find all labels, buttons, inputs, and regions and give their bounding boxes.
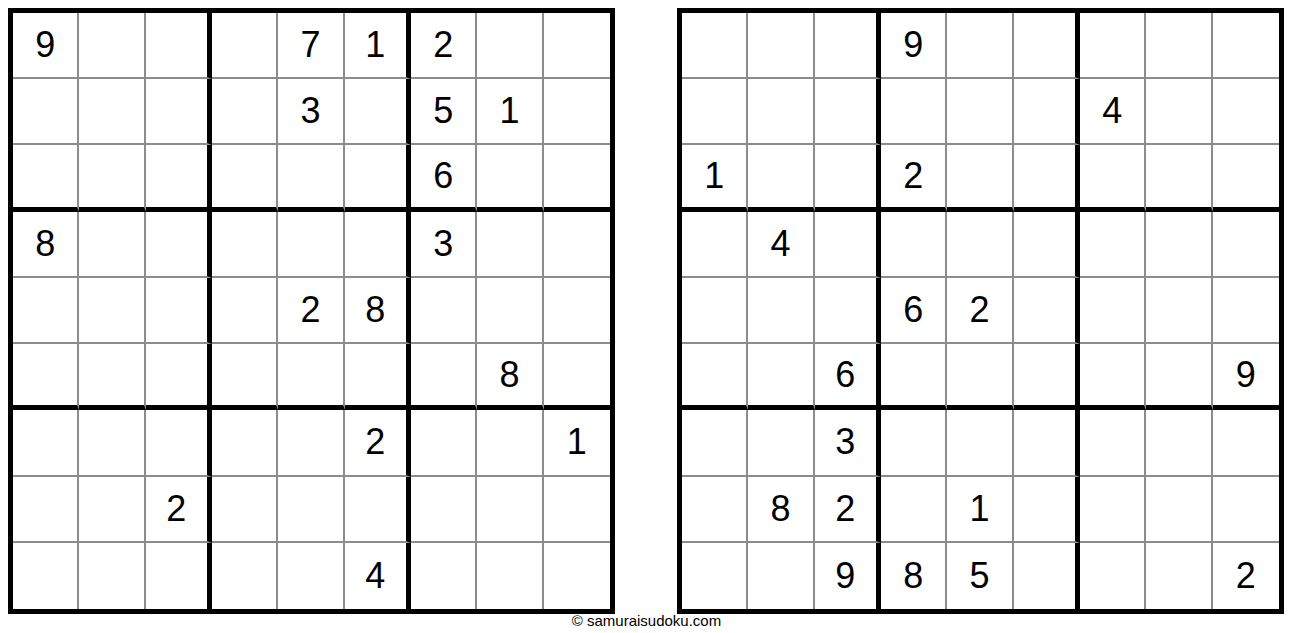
right-cell-r1c4: 9 [881, 13, 947, 79]
left-cell-r3c1[interactable] [13, 145, 79, 211]
left-cell-r7c5[interactable] [278, 410, 344, 476]
right-cell-r6c6[interactable] [1014, 344, 1080, 410]
left-cell-r8c3: 2 [146, 477, 212, 543]
left-cell-r7c6: 2 [345, 410, 411, 476]
right-cell-r8c4[interactable] [881, 477, 947, 543]
right-cell-r4c3[interactable] [815, 212, 881, 278]
left-cell-r6c5[interactable] [278, 344, 344, 410]
right-cell-r2c4[interactable] [881, 79, 947, 145]
right-cell-r8c5: 1 [947, 477, 1013, 543]
left-cell-r1c5: 7 [278, 13, 344, 79]
right-cell-r1c7[interactable] [1080, 13, 1146, 79]
left-cell-r7c7[interactable] [411, 410, 477, 476]
left-cell-r3c2[interactable] [79, 145, 145, 211]
left-cell-r1c2[interactable] [79, 13, 145, 79]
left-cell-r1c6: 1 [345, 13, 411, 79]
right-cell-r8c2: 8 [748, 477, 814, 543]
right-cell-r1c5[interactable] [947, 13, 1013, 79]
left-cell-r5c2[interactable] [79, 278, 145, 344]
right-cell-r4c9[interactable] [1213, 212, 1279, 278]
right-cell-r3c2[interactable] [748, 145, 814, 211]
right-cell-r2c5[interactable] [947, 79, 1013, 145]
left-cell-r8c1[interactable] [13, 477, 79, 543]
right-cell-r9c6[interactable] [1014, 543, 1080, 609]
left-cell-r9c7[interactable] [411, 543, 477, 609]
left-cell-r3c8[interactable] [477, 145, 543, 211]
right-cell-r1c8[interactable] [1146, 13, 1212, 79]
left-cell-r5c4[interactable] [212, 278, 278, 344]
right-cell-r5c7[interactable] [1080, 278, 1146, 344]
right-cell-r5c8[interactable] [1146, 278, 1212, 344]
left-cell-r1c1: 9 [13, 13, 79, 79]
left-cell-r8c6[interactable] [345, 477, 411, 543]
right-cell-r3c4: 2 [881, 145, 947, 211]
left-cell-r6c6[interactable] [345, 344, 411, 410]
left-cell-r2c7: 5 [411, 79, 477, 145]
left-cell-r4c1: 8 [13, 212, 79, 278]
right-cell-r1c9[interactable] [1213, 13, 1279, 79]
right-cell-r3c1: 1 [682, 145, 748, 211]
left-cell-r2c5: 3 [278, 79, 344, 145]
right-cell-r8c8[interactable] [1146, 477, 1212, 543]
right-cell-r4c5[interactable] [947, 212, 1013, 278]
left-cell-r6c7[interactable] [411, 344, 477, 410]
right-cell-r4c2: 4 [748, 212, 814, 278]
right-cell-r9c4: 8 [881, 543, 947, 609]
left-cell-r4c2[interactable] [79, 212, 145, 278]
right-cell-r5c3[interactable] [815, 278, 881, 344]
left-cell-r9c8[interactable] [477, 543, 543, 609]
right-cell-r7c7[interactable] [1080, 410, 1146, 476]
left-cell-r4c3[interactable] [146, 212, 212, 278]
right-cell-r4c4[interactable] [881, 212, 947, 278]
left-cell-r1c4[interactable] [212, 13, 278, 79]
right-cell-r1c6[interactable] [1014, 13, 1080, 79]
left-cell-r9c5[interactable] [278, 543, 344, 609]
right-cell-r7c8[interactable] [1146, 410, 1212, 476]
sudoku-board-right: 94124626938219852 [677, 8, 1284, 614]
right-cell-r9c8[interactable] [1146, 543, 1212, 609]
right-cell-r4c8[interactable] [1146, 212, 1212, 278]
right-cell-r2c2[interactable] [748, 79, 814, 145]
right-cell-r6c4[interactable] [881, 344, 947, 410]
left-cell-r7c4[interactable] [212, 410, 278, 476]
right-cell-r7c4[interactable] [881, 410, 947, 476]
left-cell-r6c3[interactable] [146, 344, 212, 410]
left-cell-r6c1[interactable] [13, 344, 79, 410]
right-cell-r7c2[interactable] [748, 410, 814, 476]
right-cell-r6c5[interactable] [947, 344, 1013, 410]
right-cell-r1c2[interactable] [748, 13, 814, 79]
left-cell-r7c8[interactable] [477, 410, 543, 476]
right-cell-r5c9[interactable] [1213, 278, 1279, 344]
left-cell-r4c6[interactable] [345, 212, 411, 278]
right-cell-r7c3: 3 [815, 410, 881, 476]
right-cell-r5c2[interactable] [748, 278, 814, 344]
copyright-text: © samuraisudoku.com [0, 612, 1293, 629]
right-cell-r1c3[interactable] [815, 13, 881, 79]
left-cell-r3c4[interactable] [212, 145, 278, 211]
right-cell-r6c2[interactable] [748, 344, 814, 410]
left-cell-r3c7: 6 [411, 145, 477, 211]
left-cell-r1c3[interactable] [146, 13, 212, 79]
left-cell-r2c8: 1 [477, 79, 543, 145]
right-cell-r2c7: 4 [1080, 79, 1146, 145]
right-cell-r8c1[interactable] [682, 477, 748, 543]
right-cell-r5c4: 6 [881, 278, 947, 344]
left-cell-r8c9[interactable] [544, 477, 610, 543]
left-cell-r1c8[interactable] [477, 13, 543, 79]
left-cell-r8c2[interactable] [79, 477, 145, 543]
left-cell-r5c7[interactable] [411, 278, 477, 344]
right-cell-r9c9: 2 [1213, 543, 1279, 609]
left-cell-r2c2[interactable] [79, 79, 145, 145]
right-cell-r5c1[interactable] [682, 278, 748, 344]
left-cell-r8c4[interactable] [212, 477, 278, 543]
right-cell-r4c7[interactable] [1080, 212, 1146, 278]
left-cell-r9c3[interactable] [146, 543, 212, 609]
left-cell-r8c7[interactable] [411, 477, 477, 543]
right-cell-r6c9: 9 [1213, 344, 1279, 410]
sudoku-board-left: 97123516832882124 [8, 8, 615, 614]
right-cell-r9c7[interactable] [1080, 543, 1146, 609]
page: 97123516832882124 94124626938219852 © sa… [0, 0, 1293, 633]
left-cell-r8c8[interactable] [477, 477, 543, 543]
right-cell-r3c5[interactable] [947, 145, 1013, 211]
left-cell-r4c7: 3 [411, 212, 477, 278]
right-cell-r8c3: 2 [815, 477, 881, 543]
left-cell-r3c5[interactable] [278, 145, 344, 211]
left-cell-r2c4[interactable] [212, 79, 278, 145]
right-cell-r3c3[interactable] [815, 145, 881, 211]
right-cell-r7c9[interactable] [1213, 410, 1279, 476]
left-cell-r6c8: 8 [477, 344, 543, 410]
right-cell-r5c6[interactable] [1014, 278, 1080, 344]
right-cell-r7c1[interactable] [682, 410, 748, 476]
left-cell-r7c3[interactable] [146, 410, 212, 476]
left-cell-r9c1[interactable] [13, 543, 79, 609]
left-cell-r9c6: 4 [345, 543, 411, 609]
left-cell-r2c3[interactable] [146, 79, 212, 145]
right-cell-r6c7[interactable] [1080, 344, 1146, 410]
left-cell-r6c9[interactable] [544, 344, 610, 410]
left-cell-r6c2[interactable] [79, 344, 145, 410]
right-cell-r3c6[interactable] [1014, 145, 1080, 211]
left-cell-r3c3[interactable] [146, 145, 212, 211]
right-cell-r8c7[interactable] [1080, 477, 1146, 543]
right-cell-r7c5[interactable] [947, 410, 1013, 476]
right-cell-r7c6[interactable] [1014, 410, 1080, 476]
left-cell-r1c7: 2 [411, 13, 477, 79]
right-cell-r2c3[interactable] [815, 79, 881, 145]
right-cell-r8c6[interactable] [1014, 477, 1080, 543]
left-cell-r7c2[interactable] [79, 410, 145, 476]
left-cell-r6c4[interactable] [212, 344, 278, 410]
left-cell-r5c3[interactable] [146, 278, 212, 344]
left-cell-r7c9: 1 [544, 410, 610, 476]
left-cell-r5c5: 2 [278, 278, 344, 344]
right-cell-r3c8[interactable] [1146, 145, 1212, 211]
left-cell-r9c4[interactable] [212, 543, 278, 609]
left-cell-r8c5[interactable] [278, 477, 344, 543]
left-cell-r2c1[interactable] [13, 79, 79, 145]
left-cell-r3c9[interactable] [544, 145, 610, 211]
right-cell-r2c9[interactable] [1213, 79, 1279, 145]
right-cell-r6c8[interactable] [1146, 344, 1212, 410]
right-cell-r6c3: 6 [815, 344, 881, 410]
right-cell-r9c5: 5 [947, 543, 1013, 609]
left-cell-r9c9[interactable] [544, 543, 610, 609]
right-cell-r4c6[interactable] [1014, 212, 1080, 278]
right-cell-r6c1[interactable] [682, 344, 748, 410]
left-cell-r5c6: 8 [345, 278, 411, 344]
right-cell-r9c2[interactable] [748, 543, 814, 609]
right-cell-r4c1[interactable] [682, 212, 748, 278]
right-cell-r9c3: 9 [815, 543, 881, 609]
left-cell-r2c9[interactable] [544, 79, 610, 145]
right-cell-r2c1[interactable] [682, 79, 748, 145]
left-cell-r7c1[interactable] [13, 410, 79, 476]
right-cell-r2c8[interactable] [1146, 79, 1212, 145]
left-cell-r1c9[interactable] [544, 13, 610, 79]
right-cell-r3c7[interactable] [1080, 145, 1146, 211]
left-cell-r2c6[interactable] [345, 79, 411, 145]
right-cell-r3c9[interactable] [1213, 145, 1279, 211]
right-cell-r5c5: 2 [947, 278, 1013, 344]
left-cell-r5c9[interactable] [544, 278, 610, 344]
left-cell-r4c8[interactable] [477, 212, 543, 278]
left-cell-r4c9[interactable] [544, 212, 610, 278]
right-cell-r8c9[interactable] [1213, 477, 1279, 543]
left-cell-r9c2[interactable] [79, 543, 145, 609]
right-cell-r9c1[interactable] [682, 543, 748, 609]
left-cell-r5c1[interactable] [13, 278, 79, 344]
left-cell-r4c5[interactable] [278, 212, 344, 278]
left-cell-r3c6[interactable] [345, 145, 411, 211]
left-cell-r4c4[interactable] [212, 212, 278, 278]
right-cell-r1c1[interactable] [682, 13, 748, 79]
right-cell-r2c6[interactable] [1014, 79, 1080, 145]
left-cell-r5c8[interactable] [477, 278, 543, 344]
